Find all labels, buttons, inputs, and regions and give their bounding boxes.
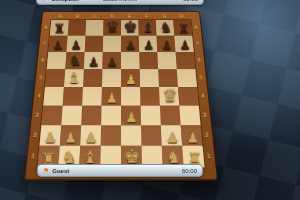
square-c5[interactable]	[83, 69, 102, 87]
piece-white-pawn[interactable]: ♟	[43, 131, 55, 145]
square-a4[interactable]	[43, 87, 64, 106]
piece-black-king[interactable]: ♚	[123, 19, 137, 35]
square-a2[interactable]: ♟	[39, 125, 61, 146]
top-player-name: Computer	[51, 0, 79, 2]
piece-black-rook[interactable]: ♜	[53, 22, 65, 35]
square-c7[interactable]	[85, 36, 104, 52]
rank-label-6: 6	[194, 52, 205, 69]
piece-white-pawn[interactable]: ♟	[125, 111, 137, 125]
file-label-a: A	[51, 12, 69, 20]
rank-label-8: 8	[191, 20, 202, 36]
square-b4[interactable]	[63, 87, 83, 106]
chess-board: ABCDEFGH 87654321 ♜♛♚♝♞♜♟♟♟♟♟♟♞♟♟♝♟♟♛♟♟♟…	[34, 0, 208, 174]
piece-white-bishop[interactable]: ♝	[67, 71, 80, 86]
square-h7[interactable]: ♟	[174, 36, 193, 52]
rank-label-5: 5	[195, 69, 207, 87]
top-player-bar: ⚑ Computer Black moves 60:00	[36, 0, 204, 5]
piece-black-pawn[interactable]: ♟	[106, 56, 117, 69]
square-c2[interactable]: ♟	[80, 125, 101, 146]
square-a3[interactable]	[41, 106, 62, 126]
black-flag-icon: ⚑	[42, 0, 48, 2]
square-b3[interactable]	[61, 106, 82, 126]
rank-label-7: 7	[192, 36, 203, 52]
square-f3[interactable]	[140, 106, 160, 126]
square-h3[interactable]	[179, 106, 200, 126]
piece-black-pawn[interactable]: ♟	[125, 39, 136, 51]
square-f5[interactable]	[140, 69, 159, 87]
piece-black-pawn[interactable]: ♟	[179, 39, 190, 51]
square-a5[interactable]	[45, 69, 65, 87]
square-b5[interactable]: ♝	[64, 69, 84, 87]
piece-black-queen[interactable]: ♛	[105, 19, 119, 35]
piece-white-pawn[interactable]: ♟	[105, 91, 117, 104]
square-d8[interactable]: ♛	[103, 20, 121, 36]
square-e7[interactable]: ♟	[121, 36, 139, 52]
rank-label-2: 2	[201, 125, 214, 146]
square-f4[interactable]	[140, 87, 160, 106]
piece-white-queen[interactable]: ♛	[162, 87, 178, 104]
square-e4[interactable]	[121, 87, 140, 106]
square-e8[interactable]: ♚	[121, 20, 139, 36]
file-labels-top: ABCDEFGH	[42, 12, 200, 20]
square-g8[interactable]: ♞	[156, 20, 175, 36]
orange-flag-icon: ⚑	[43, 167, 49, 174]
square-b8[interactable]	[68, 20, 87, 36]
square-e5[interactable]: ♟	[121, 69, 140, 87]
piece-white-pawn[interactable]: ♟	[64, 131, 76, 145]
bottom-player-bar: ⚑ Guest 60:00	[37, 164, 203, 177]
file-label-c: C	[86, 12, 104, 20]
square-g4[interactable]: ♛	[159, 87, 179, 106]
file-label-h: H	[173, 12, 191, 20]
piece-white-pawn[interactable]: ♟	[186, 131, 198, 145]
square-c6[interactable]: ♟	[84, 52, 103, 69]
piece-white-pawn[interactable]: ♟	[125, 73, 137, 86]
square-g3[interactable]	[160, 106, 181, 126]
file-label-b: B	[69, 12, 87, 20]
square-b7[interactable]: ♟	[66, 36, 85, 52]
piece-white-pawn[interactable]: ♟	[166, 131, 178, 145]
bottom-player-clock: 60:00	[182, 168, 197, 174]
board-frame: ABCDEFGH 87654321 ♜♛♚♝♞♜♟♟♟♟♟♟♞♟♟♝♟♟♛♟♟♟…	[24, 11, 218, 180]
square-g7[interactable]: ♟	[157, 36, 176, 52]
square-h2[interactable]: ♟	[181, 125, 203, 146]
square-a8[interactable]: ♜	[50, 20, 69, 36]
square-h5[interactable]	[177, 69, 197, 87]
square-a7[interactable]: ♟	[48, 36, 67, 52]
square-f6[interactable]	[139, 52, 158, 69]
square-h4[interactable]	[178, 87, 199, 106]
square-e3[interactable]: ♟	[121, 106, 141, 126]
rank-label-4: 4	[197, 87, 209, 106]
board-squares: ♜♛♚♝♞♜♟♟♟♟♟♟♞♟♟♝♟♟♛♟♟♟♟♟♟♜♞♝♚♞♜	[37, 20, 204, 167]
piece-black-knight[interactable]: ♞	[159, 21, 172, 35]
square-b6[interactable]: ♞	[65, 52, 84, 69]
piece-black-rook[interactable]: ♜	[177, 22, 189, 35]
piece-black-pawn[interactable]: ♟	[143, 39, 154, 51]
square-d6[interactable]: ♟	[102, 52, 121, 69]
turn-status: Black moves	[103, 0, 137, 2]
square-g6[interactable]	[157, 52, 176, 69]
piece-black-knight[interactable]: ♞	[68, 54, 81, 69]
piece-black-pawn[interactable]: ♟	[87, 56, 98, 69]
piece-black-bishop[interactable]: ♝	[141, 21, 154, 35]
square-f2[interactable]	[141, 125, 162, 146]
square-d4[interactable]: ♟	[102, 87, 121, 106]
square-c4[interactable]	[82, 87, 102, 106]
top-player-clock: 60:00	[183, 0, 198, 2]
piece-white-pawn[interactable]: ♟	[84, 131, 96, 145]
rank-label-3: 3	[199, 106, 211, 126]
square-h8[interactable]: ♜	[173, 20, 192, 36]
square-g2[interactable]: ♟	[161, 125, 182, 146]
square-f8[interactable]: ♝	[138, 20, 156, 36]
square-e2[interactable]	[121, 125, 141, 146]
square-c3[interactable]	[81, 106, 101, 126]
piece-black-pawn[interactable]: ♟	[52, 39, 63, 51]
square-f7[interactable]: ♟	[139, 36, 158, 52]
square-a6[interactable]	[47, 52, 67, 69]
piece-black-pawn[interactable]: ♟	[70, 39, 81, 51]
square-d2[interactable]	[101, 125, 121, 146]
square-e6[interactable]	[121, 52, 140, 69]
square-c8[interactable]	[85, 20, 103, 36]
square-d7[interactable]	[103, 36, 121, 52]
square-h6[interactable]	[176, 52, 196, 69]
app-window: ABCDEFGH 87654321 ♜♛♚♝♞♜♟♟♟♟♟♟♞♟♟♝♟♟♛♟♟♟…	[0, 0, 300, 200]
square-d3[interactable]	[101, 106, 121, 126]
square-b2[interactable]: ♟	[60, 125, 81, 146]
rank-label-1: 1	[203, 146, 216, 168]
square-d5[interactable]	[102, 69, 121, 87]
piece-black-pawn[interactable]: ♟	[161, 39, 172, 51]
bottom-player-name: Guest	[52, 168, 69, 174]
